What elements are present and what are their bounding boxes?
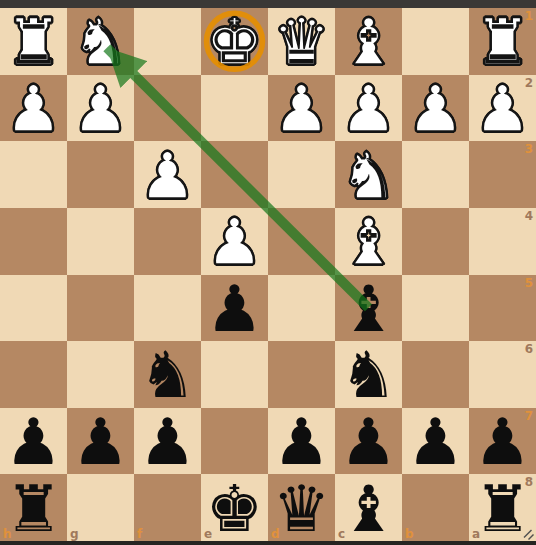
piece-black-bishop[interactable]: ♝ bbox=[340, 477, 397, 541]
rank-label-6: 6 bbox=[525, 342, 533, 356]
rank-label-8: 8 bbox=[525, 475, 533, 489]
square-h5[interactable] bbox=[0, 275, 67, 342]
rank-label-3: 3 bbox=[525, 142, 533, 156]
bottom-frame bbox=[0, 541, 536, 545]
file-label-f: f bbox=[137, 527, 142, 541]
square-d1[interactable]: ♛ bbox=[268, 8, 335, 75]
square-b1[interactable] bbox=[402, 8, 469, 75]
square-d2[interactable]: ♟ bbox=[268, 75, 335, 142]
square-g6[interactable] bbox=[67, 341, 134, 408]
piece-black-queen[interactable]: ♛ bbox=[273, 477, 330, 541]
square-b4[interactable] bbox=[402, 208, 469, 275]
square-g1[interactable]: ♞ bbox=[67, 8, 134, 75]
square-d4[interactable] bbox=[268, 208, 335, 275]
square-a4[interactable]: 4 bbox=[469, 208, 536, 275]
rank-label-2: 2 bbox=[525, 76, 533, 90]
piece-white-pawn[interactable]: ♟ bbox=[474, 77, 531, 141]
square-f3[interactable]: ♟ bbox=[134, 141, 201, 208]
square-c1[interactable]: ♝ bbox=[335, 8, 402, 75]
square-e7[interactable] bbox=[201, 408, 268, 475]
piece-white-pawn[interactable]: ♟ bbox=[139, 144, 196, 208]
piece-black-pawn[interactable]: ♟ bbox=[139, 410, 196, 474]
piece-white-pawn[interactable]: ♟ bbox=[407, 77, 464, 141]
square-a3[interactable]: 3 bbox=[469, 141, 536, 208]
square-b2[interactable]: ♟ bbox=[402, 75, 469, 142]
square-f2[interactable] bbox=[134, 75, 201, 142]
piece-black-pawn[interactable]: ♟ bbox=[273, 410, 330, 474]
file-label-b: b bbox=[405, 527, 414, 541]
piece-white-knight[interactable]: ♞ bbox=[72, 10, 129, 74]
piece-black-knight[interactable]: ♞ bbox=[139, 343, 196, 407]
square-d5[interactable] bbox=[268, 275, 335, 342]
square-g8[interactable]: g bbox=[67, 474, 134, 541]
square-e8[interactable]: ♚e bbox=[201, 474, 268, 541]
file-label-a: a bbox=[472, 527, 480, 541]
square-d8[interactable]: ♛d bbox=[268, 474, 335, 541]
piece-white-pawn[interactable]: ♟ bbox=[72, 77, 129, 141]
square-d6[interactable] bbox=[268, 341, 335, 408]
square-g4[interactable] bbox=[67, 208, 134, 275]
square-e1[interactable]: ♚ bbox=[201, 8, 268, 75]
rank-label-4: 4 bbox=[525, 209, 533, 223]
square-f4[interactable] bbox=[134, 208, 201, 275]
square-e4[interactable]: ♟ bbox=[201, 208, 268, 275]
square-e3[interactable] bbox=[201, 141, 268, 208]
piece-black-pawn[interactable]: ♟ bbox=[407, 410, 464, 474]
piece-white-rook[interactable]: ♜ bbox=[5, 10, 62, 74]
square-c4[interactable]: ♝ bbox=[335, 208, 402, 275]
square-e6[interactable] bbox=[201, 341, 268, 408]
file-label-e: e bbox=[204, 527, 212, 541]
piece-white-bishop[interactable]: ♝ bbox=[340, 210, 397, 274]
file-label-d: d bbox=[271, 527, 280, 541]
piece-black-bishop[interactable]: ♝ bbox=[340, 277, 397, 341]
rank-label-1: 1 bbox=[525, 9, 533, 23]
piece-white-pawn[interactable]: ♟ bbox=[273, 77, 330, 141]
square-e5[interactable]: ♟ bbox=[201, 275, 268, 342]
square-c7[interactable]: ♟ bbox=[335, 408, 402, 475]
piece-black-pawn[interactable]: ♟ bbox=[206, 277, 263, 341]
piece-white-queen[interactable]: ♛ bbox=[273, 10, 330, 74]
piece-white-king[interactable]: ♚ bbox=[206, 10, 263, 74]
square-a5[interactable]: 5 bbox=[469, 275, 536, 342]
square-f1[interactable] bbox=[134, 8, 201, 75]
piece-black-pawn[interactable]: ♟ bbox=[340, 410, 397, 474]
square-h8[interactable]: ♜h bbox=[0, 474, 67, 541]
file-label-c: c bbox=[338, 527, 345, 541]
square-b6[interactable] bbox=[402, 341, 469, 408]
square-c5[interactable]: ♝ bbox=[335, 275, 402, 342]
piece-black-king[interactable]: ♚ bbox=[206, 477, 263, 541]
square-f8[interactable]: f bbox=[134, 474, 201, 541]
piece-white-rook[interactable]: ♜ bbox=[474, 10, 531, 74]
square-c6[interactable]: ♞ bbox=[335, 341, 402, 408]
rank-label-7: 7 bbox=[525, 409, 533, 423]
square-h2[interactable]: ♟ bbox=[0, 75, 67, 142]
square-f7[interactable]: ♟ bbox=[134, 408, 201, 475]
square-g5[interactable] bbox=[67, 275, 134, 342]
piece-black-pawn[interactable]: ♟ bbox=[72, 410, 129, 474]
square-b3[interactable] bbox=[402, 141, 469, 208]
board-resize-handle-icon[interactable] bbox=[521, 527, 535, 541]
file-label-h: h bbox=[3, 527, 12, 541]
square-h1[interactable]: ♜ bbox=[0, 8, 67, 75]
square-b5[interactable] bbox=[402, 275, 469, 342]
piece-black-pawn[interactable]: ♟ bbox=[474, 410, 531, 474]
square-g3[interactable] bbox=[67, 141, 134, 208]
square-a1[interactable]: ♜1 bbox=[469, 8, 536, 75]
square-d7[interactable]: ♟ bbox=[268, 408, 335, 475]
square-a7[interactable]: ♟7 bbox=[469, 408, 536, 475]
square-g7[interactable]: ♟ bbox=[67, 408, 134, 475]
square-d3[interactable] bbox=[268, 141, 335, 208]
square-h4[interactable] bbox=[0, 208, 67, 275]
square-c8[interactable]: ♝c bbox=[335, 474, 402, 541]
square-h3[interactable] bbox=[0, 141, 67, 208]
piece-black-pawn[interactable]: ♟ bbox=[5, 410, 62, 474]
square-e2[interactable] bbox=[201, 75, 268, 142]
piece-white-knight[interactable]: ♞ bbox=[340, 144, 397, 208]
piece-black-knight[interactable]: ♞ bbox=[340, 343, 397, 407]
square-c2[interactable]: ♟ bbox=[335, 75, 402, 142]
square-h6[interactable] bbox=[0, 341, 67, 408]
square-h7[interactable]: ♟ bbox=[0, 408, 67, 475]
piece-white-pawn[interactable]: ♟ bbox=[206, 210, 263, 274]
piece-white-pawn[interactable]: ♟ bbox=[5, 77, 62, 141]
piece-black-rook[interactable]: ♜ bbox=[5, 477, 62, 541]
file-label-g: g bbox=[70, 527, 79, 541]
square-f5[interactable] bbox=[134, 275, 201, 342]
square-g2[interactable]: ♟ bbox=[67, 75, 134, 142]
piece-white-pawn[interactable]: ♟ bbox=[340, 77, 397, 141]
rank-label-5: 5 bbox=[525, 276, 533, 290]
square-b7[interactable]: ♟ bbox=[402, 408, 469, 475]
square-a2[interactable]: ♟2 bbox=[469, 75, 536, 142]
chess-board: ♜♞♚♛♝♜1♟♟♟♟♟♟2♟♞3♟♝4♟♝5♞♞6♟♟♟♟♟♟♟7♜hgf♚e… bbox=[0, 8, 536, 541]
square-c3[interactable]: ♞ bbox=[335, 141, 402, 208]
square-b8[interactable]: b bbox=[402, 474, 469, 541]
square-a6[interactable]: 6 bbox=[469, 341, 536, 408]
square-f6[interactable]: ♞ bbox=[134, 341, 201, 408]
piece-white-bishop[interactable]: ♝ bbox=[340, 10, 397, 74]
